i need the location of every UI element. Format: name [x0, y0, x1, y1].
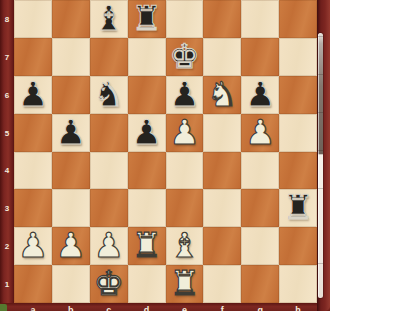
square-c3[interactable]: [90, 189, 128, 227]
square-e8[interactable]: [166, 0, 204, 38]
square-f7[interactable]: [203, 38, 241, 76]
square-h7[interactable]: [279, 38, 317, 76]
square-b4[interactable]: [52, 152, 90, 190]
rank-label-4: 4: [0, 166, 14, 175]
square-a3[interactable]: [14, 189, 52, 227]
rank-label-1: 1: [0, 280, 14, 289]
piece-black-rook-d8[interactable]: ♜: [128, 0, 166, 38]
rank-label-2: 2: [0, 242, 14, 251]
square-g3[interactable]: [241, 189, 279, 227]
chess-board-frame: ♝♜♚♟♞♟♞♟♟♟♟♟♜♟♟♟♜♝♚♜ 87654321 abcdefgh: [0, 0, 330, 311]
piece-white-pawn-b2[interactable]: ♟: [52, 227, 90, 265]
screen: ♝♜♚♟♞♟♞♟♟♟♟♟♜♟♟♟♜♝♚♜ 87654321 abcdefgh: [0, 0, 414, 311]
piece-white-rook-d2[interactable]: ♜: [128, 227, 166, 265]
square-b6[interactable]: [52, 76, 90, 114]
square-c7[interactable]: [90, 38, 128, 76]
file-label-a: a: [14, 305, 52, 311]
square-h5[interactable]: [279, 114, 317, 152]
piece-white-rook-e1[interactable]: ♜: [166, 265, 204, 303]
piece-black-rook-h3[interactable]: ♜: [279, 189, 317, 227]
square-d7[interactable]: [128, 38, 166, 76]
square-g8[interactable]: [241, 0, 279, 38]
square-e3[interactable]: [166, 189, 204, 227]
square-g2[interactable]: [241, 227, 279, 265]
piece-white-pawn-g5[interactable]: ♟: [241, 114, 279, 152]
piece-black-pawn-e6[interactable]: ♟: [166, 76, 204, 114]
square-b7[interactable]: [52, 38, 90, 76]
piece-black-pawn-g6[interactable]: ♟: [241, 76, 279, 114]
piece-white-king-c1[interactable]: ♚: [90, 265, 128, 303]
square-f8[interactable]: [203, 0, 241, 38]
piece-black-pawn-d5[interactable]: ♟: [128, 114, 166, 152]
square-f3[interactable]: [203, 189, 241, 227]
square-c5[interactable]: [90, 114, 128, 152]
square-f1[interactable]: [203, 265, 241, 303]
square-d6[interactable]: [128, 76, 166, 114]
square-d4[interactable]: [128, 152, 166, 190]
rank-label-8: 8: [0, 14, 14, 23]
square-h2[interactable]: [279, 227, 317, 265]
file-label-e: e: [166, 305, 204, 311]
piece-white-pawn-c2[interactable]: ♟: [90, 227, 128, 265]
square-h6[interactable]: [279, 76, 317, 114]
file-label-c: c: [90, 305, 128, 311]
square-f4[interactable]: [203, 152, 241, 190]
piece-black-king-e7[interactable]: ♚: [166, 38, 204, 76]
square-g7[interactable]: [241, 38, 279, 76]
square-a8[interactable]: [14, 0, 52, 38]
file-label-g: g: [241, 305, 279, 311]
square-h1[interactable]: [279, 265, 317, 303]
square-b1[interactable]: [52, 265, 90, 303]
square-c4[interactable]: [90, 152, 128, 190]
piece-black-knight-c6[interactable]: ♞: [90, 76, 128, 114]
eval-bar: [318, 33, 323, 298]
square-a4[interactable]: [14, 152, 52, 190]
file-label-b: b: [52, 305, 90, 311]
piece-white-knight-f6[interactable]: ♞: [203, 76, 241, 114]
square-h4[interactable]: [279, 152, 317, 190]
square-b8[interactable]: [52, 0, 90, 38]
square-d1[interactable]: [128, 265, 166, 303]
rank-label-6: 6: [0, 90, 14, 99]
square-b3[interactable]: [52, 189, 90, 227]
file-label-f: f: [203, 305, 241, 311]
square-a5[interactable]: [14, 114, 52, 152]
square-h8[interactable]: [279, 0, 317, 38]
corner-logo-fragment: [0, 304, 7, 311]
piece-black-pawn-b5[interactable]: ♟: [52, 114, 90, 152]
piece-white-pawn-a2[interactable]: ♟: [14, 227, 52, 265]
rank-label-5: 5: [0, 128, 14, 137]
square-a1[interactable]: [14, 265, 52, 303]
file-label-h: h: [279, 305, 317, 311]
file-label-d: d: [128, 305, 166, 311]
piece-white-pawn-e5[interactable]: ♟: [166, 114, 204, 152]
square-g1[interactable]: [241, 265, 279, 303]
square-g4[interactable]: [241, 152, 279, 190]
square-d3[interactable]: [128, 189, 166, 227]
piece-black-pawn-a6[interactable]: ♟: [14, 76, 52, 114]
piece-white-bishop-e2[interactable]: ♝: [166, 227, 204, 265]
rank-label-7: 7: [0, 52, 14, 61]
piece-black-bishop-c8[interactable]: ♝: [90, 0, 128, 38]
square-a7[interactable]: [14, 38, 52, 76]
rank-label-3: 3: [0, 204, 14, 213]
square-e4[interactable]: [166, 152, 204, 190]
frame-left-strip: [0, 0, 14, 311]
square-f2[interactable]: [203, 227, 241, 265]
square-f5[interactable]: [203, 114, 241, 152]
